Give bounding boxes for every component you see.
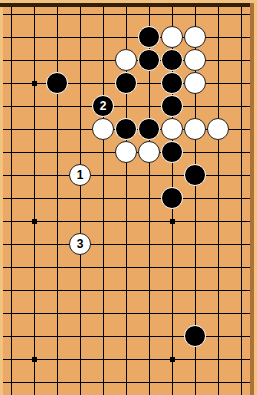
board-edge-top xyxy=(0,3,254,7)
stone-move-number: 2 xyxy=(100,100,107,112)
stone-black xyxy=(115,118,137,140)
stone-white xyxy=(207,118,229,140)
stone-black xyxy=(138,49,160,71)
star-point xyxy=(32,357,37,362)
star-point xyxy=(32,81,37,86)
stone-black-move-2: 2 xyxy=(92,95,114,117)
stone-white xyxy=(184,72,206,94)
grid-line-horizontal xyxy=(3,221,250,222)
stone-white xyxy=(115,141,137,163)
stone-white xyxy=(115,49,137,71)
grid-line-horizontal xyxy=(3,37,250,38)
stone-black xyxy=(161,95,183,117)
stone-white xyxy=(184,26,206,48)
stone-white-move-1: 1 xyxy=(69,164,91,186)
stone-black xyxy=(184,325,206,347)
stone-white xyxy=(184,49,206,71)
star-point xyxy=(170,357,175,362)
grid-line-horizontal xyxy=(3,290,250,291)
stone-black xyxy=(46,72,68,94)
star-point xyxy=(32,219,37,224)
board-edge-right xyxy=(250,3,254,395)
stone-white xyxy=(161,26,183,48)
stone-white xyxy=(161,118,183,140)
stone-black xyxy=(115,72,137,94)
stone-white xyxy=(92,118,114,140)
grid-line-horizontal xyxy=(3,244,250,245)
star-point xyxy=(170,219,175,224)
grid-line-horizontal xyxy=(3,198,250,199)
stone-black xyxy=(161,49,183,71)
stone-move-number: 3 xyxy=(77,238,84,250)
stone-black xyxy=(138,26,160,48)
grid-line-horizontal xyxy=(3,106,250,107)
grid-line-horizontal xyxy=(3,14,250,15)
stone-black xyxy=(161,72,183,94)
grid-line-horizontal xyxy=(3,359,250,360)
stone-black xyxy=(138,118,160,140)
stone-white xyxy=(184,118,206,140)
grid-line-horizontal xyxy=(3,267,250,268)
grid-line-horizontal xyxy=(3,382,250,383)
grid-line-horizontal xyxy=(3,313,250,314)
stone-white xyxy=(138,141,160,163)
stone-black xyxy=(161,187,183,209)
stone-black xyxy=(184,164,206,186)
stone-black xyxy=(161,141,183,163)
go-diagram: 213 xyxy=(0,0,257,395)
grid-line-horizontal xyxy=(3,336,250,337)
grid-line-horizontal xyxy=(3,175,250,176)
stone-move-number: 1 xyxy=(77,169,84,181)
stone-white-move-3: 3 xyxy=(69,233,91,255)
